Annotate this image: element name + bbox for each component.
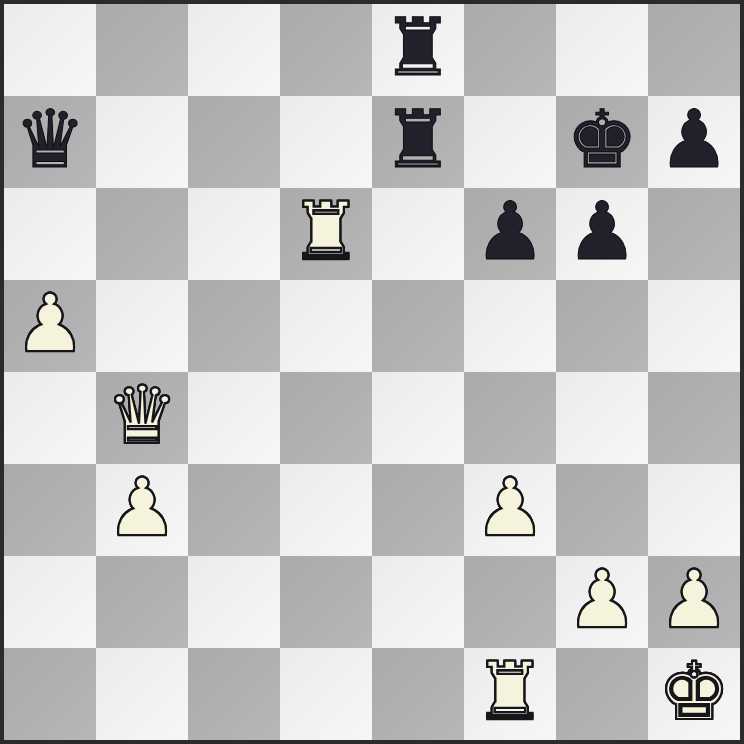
square-d8[interactable] xyxy=(280,4,372,96)
square-a4[interactable] xyxy=(4,372,96,464)
square-c7[interactable] xyxy=(188,96,280,188)
square-e6[interactable] xyxy=(372,188,464,280)
black-queen-piece-a7[interactable]: ♛ xyxy=(14,96,86,186)
black-rook-piece-e8[interactable]: ♜ xyxy=(382,4,454,94)
black-pawn-piece-g6[interactable]: ♟ xyxy=(566,188,638,278)
square-h2[interactable]: ♟ xyxy=(648,556,740,648)
square-g7[interactable]: ♚ xyxy=(556,96,648,188)
square-g5[interactable] xyxy=(556,280,648,372)
white-pawn-piece-h2[interactable]: ♟ xyxy=(658,556,730,646)
square-f6[interactable]: ♟ xyxy=(464,188,556,280)
square-a3[interactable] xyxy=(4,464,96,556)
black-rook-piece-e7[interactable]: ♜ xyxy=(382,96,454,186)
square-d6[interactable]: ♜ xyxy=(280,188,372,280)
square-e5[interactable] xyxy=(372,280,464,372)
square-f8[interactable] xyxy=(464,4,556,96)
square-b1[interactable] xyxy=(96,648,188,740)
square-a6[interactable] xyxy=(4,188,96,280)
square-b6[interactable] xyxy=(96,188,188,280)
square-a7[interactable]: ♛ xyxy=(4,96,96,188)
square-c5[interactable] xyxy=(188,280,280,372)
square-h4[interactable] xyxy=(648,372,740,464)
square-g2[interactable]: ♟ xyxy=(556,556,648,648)
white-pawn-piece-b3[interactable]: ♟ xyxy=(106,464,178,554)
square-c3[interactable] xyxy=(188,464,280,556)
square-h8[interactable] xyxy=(648,4,740,96)
square-f4[interactable] xyxy=(464,372,556,464)
square-c2[interactable] xyxy=(188,556,280,648)
black-king-piece-g7[interactable]: ♚ xyxy=(566,96,638,186)
white-pawn-piece-a5[interactable]: ♟ xyxy=(14,280,86,370)
square-d5[interactable] xyxy=(280,280,372,372)
square-e3[interactable] xyxy=(372,464,464,556)
white-rook-piece-f1[interactable]: ♜ xyxy=(474,648,546,738)
square-f3[interactable]: ♟ xyxy=(464,464,556,556)
square-a5[interactable]: ♟ xyxy=(4,280,96,372)
square-b4[interactable]: ♛ xyxy=(96,372,188,464)
black-pawn-piece-h7[interactable]: ♟ xyxy=(658,96,730,186)
square-e7[interactable]: ♜ xyxy=(372,96,464,188)
square-d7[interactable] xyxy=(280,96,372,188)
square-e8[interactable]: ♜ xyxy=(372,4,464,96)
square-f5[interactable] xyxy=(464,280,556,372)
square-c1[interactable] xyxy=(188,648,280,740)
white-rook-piece-d6[interactable]: ♜ xyxy=(290,188,362,278)
square-e1[interactable] xyxy=(372,648,464,740)
square-c8[interactable] xyxy=(188,4,280,96)
square-g4[interactable] xyxy=(556,372,648,464)
white-pawn-piece-f3[interactable]: ♟ xyxy=(474,464,546,554)
square-a8[interactable] xyxy=(4,4,96,96)
square-b8[interactable] xyxy=(96,4,188,96)
black-pawn-piece-f6[interactable]: ♟ xyxy=(474,188,546,278)
square-b2[interactable] xyxy=(96,556,188,648)
square-d1[interactable] xyxy=(280,648,372,740)
white-king-piece-h1[interactable]: ♚ xyxy=(658,648,730,738)
square-h7[interactable]: ♟ xyxy=(648,96,740,188)
square-f2[interactable] xyxy=(464,556,556,648)
square-f7[interactable] xyxy=(464,96,556,188)
square-g3[interactable] xyxy=(556,464,648,556)
square-h5[interactable] xyxy=(648,280,740,372)
square-d3[interactable] xyxy=(280,464,372,556)
square-b7[interactable] xyxy=(96,96,188,188)
white-queen-piece-b4[interactable]: ♛ xyxy=(106,372,178,462)
square-h1[interactable]: ♚ xyxy=(648,648,740,740)
square-h3[interactable] xyxy=(648,464,740,556)
square-d2[interactable] xyxy=(280,556,372,648)
square-g8[interactable] xyxy=(556,4,648,96)
square-b5[interactable] xyxy=(96,280,188,372)
white-pawn-piece-g2[interactable]: ♟ xyxy=(566,556,638,646)
square-a2[interactable] xyxy=(4,556,96,648)
square-d4[interactable] xyxy=(280,372,372,464)
square-e4[interactable] xyxy=(372,372,464,464)
chess-board: ♜♛♜♚♟♜♟♟♟♛♟♟♟♟♜♚ xyxy=(0,0,744,744)
chess-diagram: ♜♛♜♚♟♜♟♟♟♛♟♟♟♟♜♚ xyxy=(0,0,744,744)
square-c6[interactable] xyxy=(188,188,280,280)
square-e2[interactable] xyxy=(372,556,464,648)
square-f1[interactable]: ♜ xyxy=(464,648,556,740)
square-h6[interactable] xyxy=(648,188,740,280)
square-b3[interactable]: ♟ xyxy=(96,464,188,556)
square-c4[interactable] xyxy=(188,372,280,464)
square-g6[interactable]: ♟ xyxy=(556,188,648,280)
square-g1[interactable] xyxy=(556,648,648,740)
square-a1[interactable] xyxy=(4,648,96,740)
